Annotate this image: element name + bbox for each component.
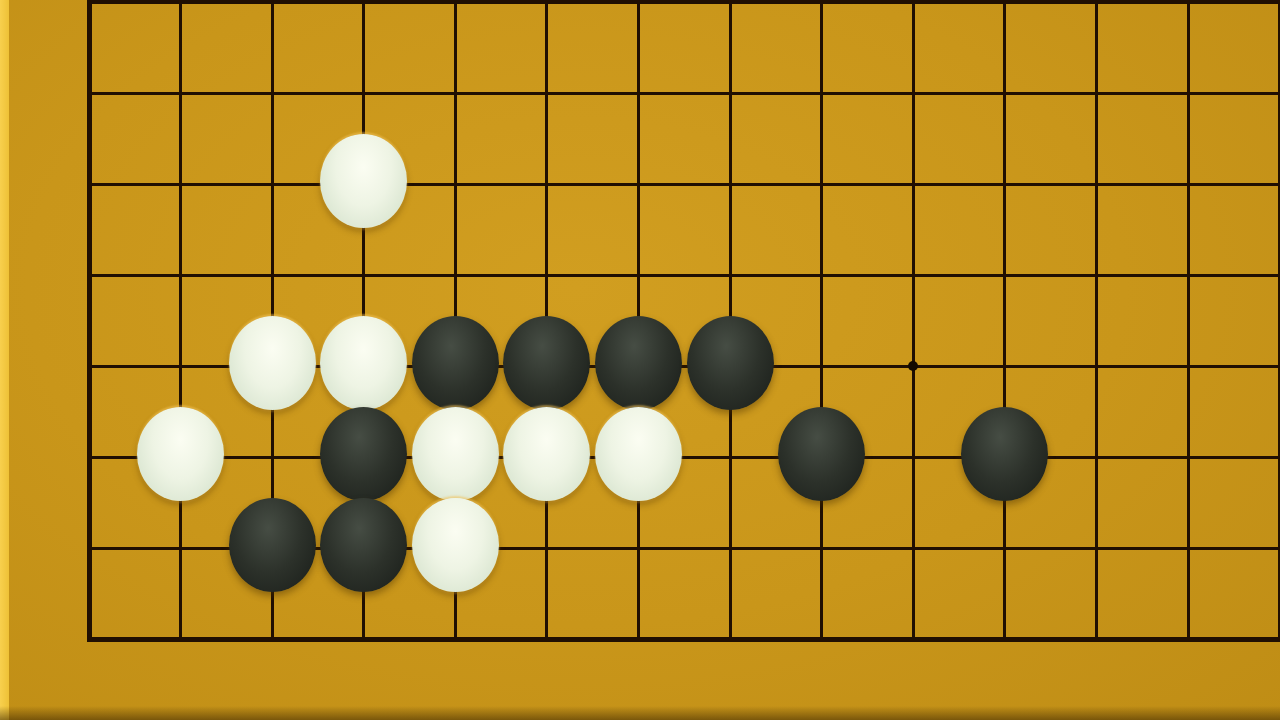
- white-stone: [412, 407, 499, 501]
- black-stone: [412, 316, 499, 410]
- black-stone: [778, 407, 865, 501]
- white-stone: [137, 407, 224, 501]
- white-stone: [503, 407, 590, 501]
- black-stone: [229, 498, 316, 592]
- white-stone: [320, 134, 407, 228]
- stone-layer: [43, 0, 1280, 677]
- white-stone: [229, 316, 316, 410]
- white-stone: [595, 407, 682, 501]
- black-stone: [595, 316, 682, 410]
- board-bottom-shadow: [0, 706, 1280, 720]
- white-stone: [412, 498, 499, 592]
- black-stone: [961, 407, 1048, 501]
- black-stone: [320, 498, 407, 592]
- black-stone: [320, 407, 407, 501]
- white-stone: [320, 316, 407, 410]
- video-frame: [0, 0, 1280, 720]
- black-stone: [503, 316, 590, 410]
- black-stone: [687, 316, 774, 410]
